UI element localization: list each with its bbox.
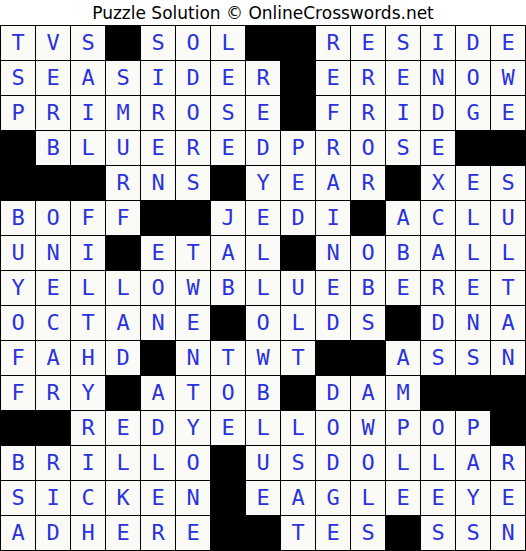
grid-cell: L [71, 131, 105, 165]
grid-cell: U [1, 236, 35, 270]
grid-cell: I [386, 96, 420, 130]
grid-cell: N [491, 341, 525, 375]
grid-cell: R [421, 271, 455, 305]
grid-cell: R [36, 376, 70, 410]
block-cell [211, 166, 245, 200]
grid-cell: I [71, 236, 105, 270]
grid-cell: L [491, 236, 525, 270]
grid-cell: E [246, 481, 280, 515]
grid-cell: U [106, 131, 140, 165]
grid-cell: E [421, 481, 455, 515]
grid-cell: E [36, 271, 70, 305]
grid-cell: S [351, 306, 385, 340]
grid-cell: O [36, 201, 70, 235]
grid-cell: E [386, 271, 420, 305]
block-cell [106, 236, 140, 270]
grid-cell: C [36, 306, 70, 340]
block-cell [246, 516, 280, 550]
grid-cell: A [491, 306, 525, 340]
grid-cell: E [176, 516, 210, 550]
grid-cell: N [176, 341, 210, 375]
grid-cell: S [491, 166, 525, 200]
grid-cell: E [141, 481, 175, 515]
grid-cell: S [211, 96, 245, 130]
grid-cell: E [281, 166, 315, 200]
grid-cell: Y [1, 271, 35, 305]
grid-cell: B [1, 446, 35, 480]
block-cell [281, 376, 315, 410]
grid-cell: E [36, 61, 70, 95]
grid-cell: T [211, 341, 245, 375]
grid-cell: A [211, 236, 245, 270]
grid-cell: G [456, 96, 490, 130]
grid-cell: C [421, 201, 455, 235]
block-cell [1, 411, 35, 445]
grid-cell: U [246, 446, 280, 480]
grid-cell: L [456, 236, 490, 270]
grid-cell: D [316, 446, 350, 480]
block-cell [211, 516, 245, 550]
grid-cell: Y [71, 376, 105, 410]
grid-cell: O [456, 61, 490, 95]
grid-cell: B [351, 271, 385, 305]
grid-cell: F [106, 201, 140, 235]
grid-cell: E [491, 96, 525, 130]
grid-cell: R [71, 411, 105, 445]
block-cell [1, 131, 35, 165]
grid-cell: H [71, 516, 105, 550]
grid-cell: T [491, 271, 525, 305]
grid-cell: B [36, 131, 70, 165]
grid-cell: T [281, 516, 315, 550]
grid-cell: G [316, 481, 350, 515]
grid-cell: I [316, 201, 350, 235]
block-cell [176, 201, 210, 235]
grid-cell: I [421, 26, 455, 60]
grid-cell: R [36, 96, 70, 130]
grid-cell: D [281, 201, 315, 235]
block-cell [386, 166, 420, 200]
grid-cell: O [351, 236, 385, 270]
grid-cell: L [141, 446, 175, 480]
grid-cell: R [176, 131, 210, 165]
block-cell [1, 166, 35, 200]
grid-cell: N [36, 236, 70, 270]
grid-cell: B [211, 271, 245, 305]
grid-cell: W [176, 271, 210, 305]
grid-cell: M [386, 376, 420, 410]
block-cell [351, 341, 385, 375]
block-cell [141, 201, 175, 235]
block-cell [421, 376, 455, 410]
grid-cell: D [316, 376, 350, 410]
grid-cell: A [106, 306, 140, 340]
grid-cell: S [386, 131, 420, 165]
grid-cell: C [71, 481, 105, 515]
grid-cell: B [1, 201, 35, 235]
grid-cell: A [71, 61, 105, 95]
block-cell [386, 516, 420, 550]
grid-cell: D [246, 131, 280, 165]
grid-cell: A [316, 166, 350, 200]
grid-cell: E [246, 96, 280, 130]
grid-cell: T [281, 341, 315, 375]
grid-cell: T [176, 376, 210, 410]
grid-cell: L [281, 411, 315, 445]
crossword-grid: TVSSOLRESIDESEASIDERERENOWPRIMROSEFRIDGE… [0, 25, 526, 551]
grid-cell: A [1, 516, 35, 550]
grid-cell: P [386, 411, 420, 445]
grid-cell: O [421, 411, 455, 445]
grid-cell: O [176, 96, 210, 130]
grid-cell: B [246, 376, 280, 410]
grid-cell: D [421, 96, 455, 130]
block-cell [141, 341, 175, 375]
grid-cell: L [211, 26, 245, 60]
grid-cell: B [386, 236, 420, 270]
grid-cell: U [491, 201, 525, 235]
grid-cell: E [351, 26, 385, 60]
grid-cell: I [71, 446, 105, 480]
block-cell [281, 236, 315, 270]
grid-cell: L [106, 446, 140, 480]
grid-cell: A [281, 481, 315, 515]
grid-cell: R [141, 516, 175, 550]
grid-cell: A [351, 376, 385, 410]
grid-cell: L [246, 271, 280, 305]
block-cell [351, 201, 385, 235]
grid-cell: V [36, 26, 70, 60]
grid-cell: E [421, 131, 455, 165]
grid-cell: O [246, 306, 280, 340]
grid-cell: Y [246, 166, 280, 200]
block-cell [281, 96, 315, 130]
grid-cell: N [176, 481, 210, 515]
block-cell [491, 411, 525, 445]
grid-cell: R [246, 61, 280, 95]
block-cell [246, 26, 280, 60]
grid-cell: S [281, 446, 315, 480]
grid-cell: R [141, 96, 175, 130]
grid-cell: T [176, 236, 210, 270]
block-cell [456, 376, 490, 410]
grid-cell: M [106, 96, 140, 130]
grid-cell: J [211, 201, 245, 235]
grid-cell: D [36, 516, 70, 550]
block-cell [281, 61, 315, 95]
grid-cell: R [491, 446, 525, 480]
grid-cell: E [141, 131, 175, 165]
grid-cell: E [141, 236, 175, 270]
grid-cell: L [421, 446, 455, 480]
grid-cell: S [421, 341, 455, 375]
grid-cell: R [351, 61, 385, 95]
block-cell [211, 446, 245, 480]
grid-cell: E [491, 481, 525, 515]
grid-cell: A [386, 341, 420, 375]
grid-cell: S [1, 61, 35, 95]
grid-cell: F [1, 341, 35, 375]
grid-cell: E [211, 411, 245, 445]
grid-cell: I [141, 61, 175, 95]
grid-cell: S [71, 26, 105, 60]
block-cell [456, 131, 490, 165]
block-cell [491, 131, 525, 165]
grid-cell: S [456, 516, 490, 550]
grid-cell: S [386, 26, 420, 60]
grid-cell: E [246, 201, 280, 235]
grid-cell: L [106, 271, 140, 305]
grid-cell: S [421, 516, 455, 550]
grid-cell: A [141, 376, 175, 410]
grid-cell: R [106, 166, 140, 200]
grid-cell: R [36, 446, 70, 480]
grid-cell: H [71, 341, 105, 375]
grid-cell: S [106, 61, 140, 95]
grid-cell: S [176, 166, 210, 200]
grid-cell: E [106, 411, 140, 445]
grid-cell: E [386, 61, 420, 95]
grid-cell: A [36, 341, 70, 375]
grid-cell: O [351, 131, 385, 165]
grid-cell: E [316, 61, 350, 95]
grid-cell: U [281, 271, 315, 305]
grid-cell: T [1, 26, 35, 60]
grid-cell: E [106, 516, 140, 550]
grid-cell: E [456, 271, 490, 305]
grid-cell: W [491, 61, 525, 95]
block-cell [106, 376, 140, 410]
grid-cell: I [36, 481, 70, 515]
block-cell [71, 166, 105, 200]
grid-cell: P [456, 411, 490, 445]
grid-cell: E [316, 271, 350, 305]
block-cell [106, 26, 140, 60]
grid-cell: S [351, 516, 385, 550]
grid-cell: P [281, 131, 315, 165]
grid-cell: L [386, 446, 420, 480]
grid-cell: O [211, 376, 245, 410]
grid-cell: F [316, 96, 350, 130]
grid-cell: W [351, 411, 385, 445]
grid-cell: O [141, 271, 175, 305]
grid-cell: W [246, 341, 280, 375]
grid-cell: K [106, 481, 140, 515]
grid-cell: D [106, 341, 140, 375]
grid-cell: E [386, 481, 420, 515]
grid-cell: S [1, 481, 35, 515]
grid-cell: L [281, 306, 315, 340]
grid-cell: L [246, 411, 280, 445]
block-cell [36, 166, 70, 200]
block-cell [211, 481, 245, 515]
grid-cell: O [176, 446, 210, 480]
page-title: Puzzle Solution © OnlineCrosswords.net [0, 0, 526, 25]
grid-cell: D [456, 26, 490, 60]
grid-cell: D [176, 61, 210, 95]
grid-cell: E [211, 131, 245, 165]
grid-cell: E [456, 166, 490, 200]
grid-cell: A [386, 201, 420, 235]
grid-cell: Y [456, 481, 490, 515]
grid-cell: O [176, 26, 210, 60]
block-cell [36, 411, 70, 445]
grid-cell: N [456, 306, 490, 340]
grid-cell: N [141, 306, 175, 340]
grid-cell: S [456, 341, 490, 375]
block-cell [316, 341, 350, 375]
grid-cell: N [491, 516, 525, 550]
grid-cell: A [421, 236, 455, 270]
grid-cell: E [176, 306, 210, 340]
block-cell [491, 376, 525, 410]
grid-cell: P [1, 96, 35, 130]
block-cell [211, 306, 245, 340]
grid-cell: R [351, 96, 385, 130]
grid-cell: S [141, 26, 175, 60]
grid-cell: Y [176, 411, 210, 445]
grid-cell: T [71, 306, 105, 340]
grid-cell: O [351, 446, 385, 480]
grid-cell: R [316, 26, 350, 60]
grid-cell: E [211, 61, 245, 95]
block-cell [281, 26, 315, 60]
grid-cell: X [421, 166, 455, 200]
grid-cell: D [141, 411, 175, 445]
grid-cell: L [71, 271, 105, 305]
grid-cell: O [316, 411, 350, 445]
grid-cell: R [316, 131, 350, 165]
grid-cell: F [71, 201, 105, 235]
grid-cell: N [421, 61, 455, 95]
grid-cell: N [316, 236, 350, 270]
grid-cell: F [1, 376, 35, 410]
grid-cell: L [246, 236, 280, 270]
grid-cell: R [351, 166, 385, 200]
grid-cell: L [456, 201, 490, 235]
grid-cell: I [71, 96, 105, 130]
grid-cell: E [316, 516, 350, 550]
grid-cell: O [1, 306, 35, 340]
block-cell [386, 306, 420, 340]
grid-cell: A [456, 446, 490, 480]
grid-cell: D [421, 306, 455, 340]
grid-cell: N [141, 166, 175, 200]
grid-cell: D [316, 306, 350, 340]
grid-cell: L [351, 481, 385, 515]
grid-cell: E [491, 26, 525, 60]
